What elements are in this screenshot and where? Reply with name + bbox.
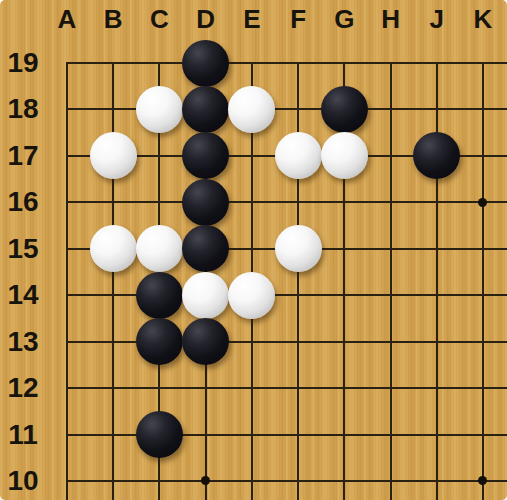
white-stone[interactable] [90, 132, 137, 179]
black-stone[interactable] [136, 318, 183, 365]
black-stone[interactable] [182, 318, 229, 365]
white-stone[interactable] [136, 225, 183, 272]
grid-horizontal-line [66, 341, 507, 343]
black-stone[interactable] [136, 411, 183, 458]
white-stone[interactable] [275, 225, 322, 272]
row-label: 15 [7, 235, 38, 263]
row-label: 16 [7, 188, 38, 216]
column-label: C [150, 6, 169, 32]
white-stone[interactable] [136, 86, 183, 133]
star-point [201, 476, 210, 485]
grid-horizontal-line [66, 108, 507, 110]
black-stone[interactable] [413, 132, 460, 179]
column-label: G [334, 6, 354, 32]
row-label: 19 [7, 49, 38, 77]
grid-horizontal-line [66, 201, 507, 203]
row-label: 13 [7, 328, 38, 356]
white-stone[interactable] [90, 225, 137, 272]
black-stone[interactable] [182, 40, 229, 87]
star-point [478, 476, 487, 485]
grid-horizontal-line [66, 480, 507, 482]
white-stone[interactable] [182, 272, 229, 319]
black-stone[interactable] [182, 179, 229, 226]
column-label: E [243, 6, 260, 32]
grid-horizontal-line [66, 62, 507, 64]
row-label: 11 [8, 421, 38, 449]
column-label: B [104, 6, 123, 32]
column-label: K [474, 6, 493, 32]
column-label: J [430, 6, 444, 32]
row-label: 18 [7, 95, 38, 123]
white-stone[interactable] [275, 132, 322, 179]
grid-horizontal-line [66, 294, 507, 296]
column-label: A [58, 6, 77, 32]
white-stone[interactable] [228, 272, 275, 319]
black-stone[interactable] [182, 132, 229, 179]
row-label: 12 [7, 374, 38, 402]
row-label: 17 [7, 142, 38, 170]
white-stone[interactable] [228, 86, 275, 133]
row-label: 10 [7, 467, 38, 495]
go-board[interactable]: ABCDEFGHJK 19181716151413121110 [0, 0, 507, 500]
column-label: H [381, 6, 400, 32]
grid-horizontal-line [66, 434, 507, 436]
black-stone[interactable] [182, 225, 229, 272]
column-label: F [290, 6, 306, 32]
black-stone[interactable] [321, 86, 368, 133]
row-label: 14 [7, 281, 38, 309]
black-stone[interactable] [136, 272, 183, 319]
grid-horizontal-line [66, 387, 507, 389]
column-label: D [196, 6, 215, 32]
star-point [478, 198, 487, 207]
black-stone[interactable] [182, 86, 229, 133]
white-stone[interactable] [321, 132, 368, 179]
